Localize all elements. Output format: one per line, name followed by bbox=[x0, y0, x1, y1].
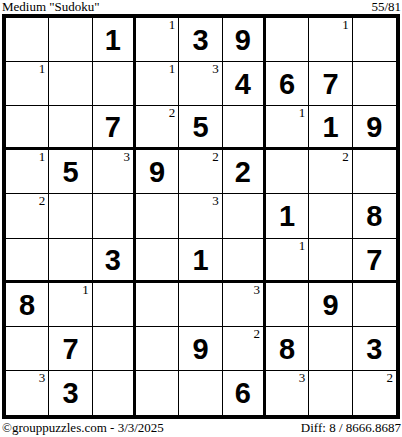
cell-value: 9 bbox=[235, 24, 251, 55]
cell-r4c5[interactable]: 2 bbox=[179, 150, 222, 194]
cell-r5c8[interactable] bbox=[309, 194, 352, 238]
cell-r8c8[interactable] bbox=[309, 327, 352, 371]
corner-mark: 1 bbox=[169, 62, 176, 76]
cell-value: 9 bbox=[149, 156, 165, 187]
cell-r4c1[interactable]: 1 bbox=[6, 150, 49, 194]
cell-value: 9 bbox=[366, 111, 382, 142]
cell-r3c3[interactable]: 7 bbox=[93, 106, 136, 150]
sudoku-board: 1139111346772511915392222318311781397928… bbox=[2, 14, 400, 419]
cell-r9c1[interactable]: 3 bbox=[6, 371, 49, 415]
corner-mark: 2 bbox=[342, 150, 349, 164]
cell-value: 6 bbox=[235, 377, 251, 408]
cell-value: 2 bbox=[235, 156, 251, 187]
cell-r1c4[interactable]: 1 bbox=[136, 18, 179, 62]
cell-value: 8 bbox=[19, 289, 35, 320]
cell-value: 8 bbox=[366, 200, 382, 231]
cell-r4c8[interactable]: 2 bbox=[309, 150, 352, 194]
cell-r4c2[interactable]: 5 bbox=[49, 150, 92, 194]
cell-r3c4[interactable]: 2 bbox=[136, 106, 179, 150]
cell-value: 3 bbox=[105, 244, 121, 275]
cell-value: 5 bbox=[62, 156, 78, 187]
corner-mark: 3 bbox=[212, 194, 219, 208]
cell-r8c9[interactable]: 3 bbox=[353, 327, 396, 371]
cell-r2c3[interactable] bbox=[93, 62, 136, 106]
cell-value: 7 bbox=[62, 333, 78, 364]
cell-r3c2[interactable] bbox=[49, 106, 92, 150]
cell-r7c8[interactable]: 9 bbox=[309, 283, 352, 327]
cell-r5c3[interactable] bbox=[93, 194, 136, 238]
cell-r6c9[interactable]: 7 bbox=[353, 239, 396, 283]
cell-value: 8 bbox=[279, 333, 295, 364]
cell-r6c1[interactable] bbox=[6, 239, 49, 283]
cell-r9c4[interactable] bbox=[136, 371, 179, 415]
cell-r5c9[interactable]: 8 bbox=[353, 194, 396, 238]
corner-mark: 3 bbox=[212, 62, 219, 76]
cell-r5c4[interactable] bbox=[136, 194, 179, 238]
cell-r8c4[interactable] bbox=[136, 327, 179, 371]
corner-mark: 1 bbox=[39, 150, 46, 164]
cell-value: 7 bbox=[322, 68, 338, 99]
cell-r3c5[interactable]: 5 bbox=[179, 106, 222, 150]
cell-r6c6[interactable] bbox=[223, 239, 266, 283]
cell-r3c1[interactable] bbox=[6, 106, 49, 150]
cell-r4c4[interactable]: 9 bbox=[136, 150, 179, 194]
cell-r7c7[interactable] bbox=[266, 283, 309, 327]
cell-value: 7 bbox=[105, 111, 121, 142]
cell-r8c1[interactable] bbox=[6, 327, 49, 371]
cell-r3c6[interactable] bbox=[223, 106, 266, 150]
page-header: Medium "Sudoku" 55/81 bbox=[0, 0, 402, 14]
cell-value: 4 bbox=[235, 68, 251, 99]
cell-r9c7[interactable]: 3 bbox=[266, 371, 309, 415]
cell-r1c3[interactable]: 1 bbox=[93, 18, 136, 62]
corner-mark: 1 bbox=[82, 283, 89, 297]
cell-value: 3 bbox=[366, 333, 382, 364]
cell-r7c9[interactable] bbox=[353, 283, 396, 327]
copyright-text: ©grouppuzzles.com - 3/3/2025 bbox=[2, 420, 164, 435]
cell-r4c6[interactable]: 2 bbox=[223, 150, 266, 194]
corner-mark: 3 bbox=[123, 150, 130, 164]
cell-r9c3[interactable] bbox=[93, 371, 136, 415]
cell-value: 1 bbox=[105, 24, 121, 55]
cell-value: 1 bbox=[279, 200, 295, 231]
cell-r8c6[interactable]: 2 bbox=[223, 327, 266, 371]
cell-r7c2[interactable]: 1 bbox=[49, 283, 92, 327]
cell-r7c3[interactable] bbox=[93, 283, 136, 327]
corner-mark: 1 bbox=[39, 62, 46, 76]
cell-r2c5[interactable]: 3 bbox=[179, 62, 222, 106]
cell-r7c6[interactable]: 3 bbox=[223, 283, 266, 327]
cell-r9c6[interactable]: 6 bbox=[223, 371, 266, 415]
corner-mark: 1 bbox=[342, 18, 349, 32]
corner-mark: 3 bbox=[253, 283, 260, 297]
corner-mark: 1 bbox=[299, 106, 306, 120]
corner-mark: 2 bbox=[169, 106, 176, 120]
cell-r2c9[interactable] bbox=[353, 62, 396, 106]
cell-r9c9[interactable]: 2 bbox=[353, 371, 396, 415]
cell-r8c5[interactable]: 9 bbox=[179, 327, 222, 371]
cell-value: 1 bbox=[322, 111, 338, 142]
cell-r2c7[interactable]: 6 bbox=[266, 62, 309, 106]
sudoku-page: Medium "Sudoku" 55/81 113911134677251191… bbox=[0, 0, 402, 437]
corner-mark: 2 bbox=[212, 150, 219, 164]
cell-r2c8[interactable]: 7 bbox=[309, 62, 352, 106]
cell-r7c1[interactable]: 8 bbox=[6, 283, 49, 327]
cell-value: 3 bbox=[62, 377, 78, 408]
cell-r7c4[interactable] bbox=[136, 283, 179, 327]
cell-r3c7[interactable]: 1 bbox=[266, 106, 309, 150]
page-footer: ©grouppuzzles.com - 3/3/2025 Diff: 8 / 8… bbox=[0, 419, 402, 437]
cell-r3c9[interactable]: 9 bbox=[353, 106, 396, 150]
corner-mark: 1 bbox=[169, 18, 176, 32]
cell-r3c8[interactable]: 1 bbox=[309, 106, 352, 150]
cell-r4c7[interactable] bbox=[266, 150, 309, 194]
cell-r5c7[interactable]: 1 bbox=[266, 194, 309, 238]
cell-r6c7[interactable]: 1 bbox=[266, 239, 309, 283]
cell-r2c2[interactable] bbox=[49, 62, 92, 106]
cell-r4c3[interactable]: 3 bbox=[93, 150, 136, 194]
cell-r5c6[interactable] bbox=[223, 194, 266, 238]
cell-r6c4[interactable] bbox=[136, 239, 179, 283]
corner-mark: 2 bbox=[253, 327, 260, 341]
cell-r1c7[interactable] bbox=[266, 18, 309, 62]
cell-value: 7 bbox=[366, 244, 382, 275]
cell-r1c6[interactable]: 9 bbox=[223, 18, 266, 62]
cell-r6c2[interactable] bbox=[49, 239, 92, 283]
cell-r8c2[interactable]: 7 bbox=[49, 327, 92, 371]
cell-r1c5[interactable]: 3 bbox=[179, 18, 222, 62]
difficulty-text: Diff: 8 / 8666.8687 bbox=[301, 420, 401, 435]
cell-r2c1[interactable]: 1 bbox=[6, 62, 49, 106]
corner-mark: 2 bbox=[39, 194, 46, 208]
cell-r5c1[interactable]: 2 bbox=[6, 194, 49, 238]
cell-r5c5[interactable]: 3 bbox=[179, 194, 222, 238]
cell-r6c3[interactable]: 3 bbox=[93, 239, 136, 283]
corner-mark: 3 bbox=[39, 371, 46, 385]
cell-r1c1[interactable] bbox=[6, 18, 49, 62]
cell-value: 3 bbox=[192, 24, 208, 55]
cell-r1c2[interactable] bbox=[49, 18, 92, 62]
cell-value: 1 bbox=[192, 244, 208, 275]
cells-remaining-counter: 55/81 bbox=[371, 0, 401, 13]
cell-r8c3[interactable] bbox=[93, 327, 136, 371]
cell-r9c8[interactable] bbox=[309, 371, 352, 415]
corner-mark: 1 bbox=[299, 239, 306, 253]
cell-value: 9 bbox=[322, 289, 338, 320]
corner-mark: 2 bbox=[386, 371, 393, 385]
cell-r2c4[interactable]: 1 bbox=[136, 62, 179, 106]
cell-r1c9[interactable] bbox=[353, 18, 396, 62]
cell-r6c5[interactable]: 1 bbox=[179, 239, 222, 283]
cell-value: 9 bbox=[192, 333, 208, 364]
puzzle-title: Medium "Sudoku" bbox=[2, 0, 100, 13]
cell-r5c2[interactable] bbox=[49, 194, 92, 238]
cell-value: 5 bbox=[192, 111, 208, 142]
cell-value: 6 bbox=[279, 68, 295, 99]
cell-r1c8[interactable]: 1 bbox=[309, 18, 352, 62]
cell-r7c5[interactable] bbox=[179, 283, 222, 327]
cell-r8c7[interactable]: 8 bbox=[266, 327, 309, 371]
cell-r9c2[interactable]: 3 bbox=[49, 371, 92, 415]
cell-r2c6[interactable]: 4 bbox=[223, 62, 266, 106]
cell-r6c8[interactable] bbox=[309, 239, 352, 283]
cell-r9c5[interactable] bbox=[179, 371, 222, 415]
cell-r4c9[interactable] bbox=[353, 150, 396, 194]
corner-mark: 3 bbox=[299, 371, 306, 385]
